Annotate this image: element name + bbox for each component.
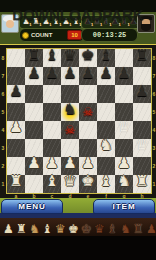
shelf-piece-0[interactable]: ♟ — [3, 223, 14, 236]
shelf-piece-4[interactable]: ♛ — [55, 223, 66, 236]
rank-label-7: 7 — [0, 67, 6, 85]
coin-icon — [22, 32, 29, 39]
count-badge: 10 — [67, 30, 82, 40]
square-c1[interactable]: ♝ — [43, 175, 61, 193]
piece-bB-f8: ♝ — [99, 48, 112, 63]
square-e1[interactable]: ♚ — [79, 175, 97, 193]
piece-bP-f7: ♟ — [99, 66, 112, 81]
menu-button[interactable]: MENU — [1, 199, 63, 214]
shelf-piece-3[interactable]: ♝ — [42, 223, 53, 236]
bottom-black-bar — [0, 236, 156, 260]
square-c5[interactable] — [43, 103, 61, 121]
ghost-piece-wQ-h3: ♛ — [135, 138, 148, 153]
item-button[interactable]: ITEM — [93, 199, 155, 214]
square-g4[interactable]: ♛ — [115, 121, 133, 139]
square-f3[interactable]: ♞ — [97, 139, 115, 157]
square-a4[interactable]: ♟ — [7, 121, 25, 139]
square-c4[interactable] — [43, 121, 61, 139]
piece-bN-d5: ♞ — [63, 102, 76, 117]
piece-bP-h6: ♟ — [135, 84, 148, 99]
rank-label-5: 5 — [151, 103, 156, 121]
rank-label-1: 1 — [151, 175, 156, 193]
square-h3[interactable]: ♛ — [133, 139, 151, 157]
piece-bP-e7: ♟ — [81, 66, 94, 81]
square-b6[interactable] — [25, 85, 43, 103]
square-g1[interactable]: ♞ — [115, 175, 133, 193]
square-b7[interactable]: ♟ — [25, 67, 43, 85]
square-b5[interactable] — [25, 103, 43, 121]
piece-bP-b7: ♟ — [27, 66, 40, 81]
square-a8[interactable] — [7, 49, 25, 67]
item-button-label: ITEM — [112, 202, 135, 211]
rank-label-4: 4 — [151, 121, 156, 139]
square-b4[interactable] — [25, 121, 43, 139]
rank-label-8: 8 — [151, 49, 156, 67]
square-d5[interactable]: ♞ — [61, 103, 79, 121]
danger-skull-icon-d4: ☠ — [65, 124, 76, 136]
square-a3[interactable] — [7, 139, 25, 157]
piece-wB-f1: ♝ — [99, 174, 112, 189]
square-e7[interactable]: ♟ — [79, 67, 97, 85]
chess-app-screen: DOWNLOADPARK ♟1♜1♟1♝1♟1♝1 ♟1♜1♝1♟1♝1♟1 C… — [0, 0, 156, 260]
piece-bP-a6: ♟ — [9, 84, 22, 99]
chess-board-frame: 87654321 ♜♝♛♚♝♜♟♟♟♟♟♟♟♟♞☠♟☠♛♞♛♟♟♟♟♟♜♝♛♚♝… — [0, 44, 156, 198]
square-a6[interactable]: ♟ — [7, 85, 25, 103]
piece-wN-f3: ♞ — [99, 138, 112, 153]
rank-label-3: 3 — [151, 139, 156, 157]
piece-wP-c2: ♟ — [45, 156, 58, 171]
square-a1[interactable]: ♜ — [7, 175, 25, 193]
rank-labels-right: 87654321 — [151, 49, 156, 193]
piece-bK-e8: ♚ — [81, 48, 94, 63]
watermark-text: DOWNLOADPARK — [0, 6, 156, 23]
rank-label-1: 1 — [0, 175, 6, 193]
square-g6[interactable] — [115, 85, 133, 103]
rank-label-2: 2 — [0, 157, 6, 175]
shelf-piece-8[interactable]: ♝ — [107, 223, 118, 236]
shelf-piece-1[interactable]: ♜ — [16, 223, 27, 236]
piece-wR-h1: ♜ — [135, 174, 148, 189]
square-f5[interactable] — [97, 103, 115, 121]
square-c7[interactable]: ♟ — [43, 67, 61, 85]
square-b1[interactable] — [25, 175, 43, 193]
rank-label-8: 8 — [0, 49, 6, 67]
piece-wN-g1: ♞ — [117, 174, 130, 189]
piece-bR-b8: ♜ — [27, 48, 40, 63]
piece-bB-c8: ♝ — [45, 48, 58, 63]
shelf-piece-9[interactable]: ♞ — [120, 223, 131, 236]
piece-bP-c7: ♟ — [45, 66, 58, 81]
square-h6[interactable]: ♟ — [133, 85, 151, 103]
move-count-pill: COUNT 10 — [19, 28, 85, 42]
game-timer-pill: 00:13:25 — [81, 28, 138, 42]
square-e4[interactable] — [79, 121, 97, 139]
square-f1[interactable]: ♝ — [97, 175, 115, 193]
piece-bP-d7: ♟ — [63, 66, 76, 81]
square-h8[interactable]: ♜ — [133, 49, 151, 67]
board-grid: ♜♝♛♚♝♜♟♟♟♟♟♟♟♟♞☠♟☠♛♞♛♟♟♟♟♟♜♝♛♚♝♞♜ — [7, 49, 151, 193]
piece-wR-a1: ♜ — [9, 174, 22, 189]
piece-wQ-d1: ♛ — [63, 174, 76, 189]
black-player-beard — [141, 24, 151, 31]
piece-wP-b2: ♟ — [27, 156, 40, 171]
shelf-piece-5[interactable]: ♚ — [68, 223, 79, 236]
square-d4[interactable]: ☠ — [61, 121, 79, 139]
piece-bR-h8: ♜ — [135, 48, 148, 63]
square-h1[interactable]: ♜ — [133, 175, 151, 193]
rank-label-5: 5 — [0, 103, 6, 121]
square-f7[interactable]: ♟ — [97, 67, 115, 85]
piece-bQ-d8: ♛ — [63, 48, 76, 63]
square-g7[interactable]: ♟ — [115, 67, 133, 85]
piece-wB-c1: ♝ — [45, 174, 58, 189]
piece-wP-g2: ♟ — [117, 156, 130, 171]
square-e6[interactable] — [79, 85, 97, 103]
piece-wP-e2: ♟ — [81, 156, 94, 171]
piece-bP-g7: ♟ — [117, 66, 130, 81]
rank-label-4: 4 — [0, 121, 6, 139]
shelf-piece-7[interactable]: ♛ — [94, 223, 105, 236]
piece-wP-a4: ♟ — [9, 120, 22, 135]
piece-wP-d2: ♟ — [63, 156, 76, 171]
square-e5[interactable]: ☠ — [79, 103, 97, 121]
piece-wK-e1: ♚ — [81, 174, 94, 189]
count-label: COUNT — [31, 32, 52, 38]
piece-shelf: ♟♜♞♝♛♚♚♛♝♞♜♟ — [0, 218, 156, 236]
square-d7[interactable]: ♟ — [61, 67, 79, 85]
rank-label-7: 7 — [151, 67, 156, 85]
rank-label-6: 6 — [151, 85, 156, 103]
square-d1[interactable]: ♛ — [61, 175, 79, 193]
shelf-piece-2[interactable]: ♞ — [29, 223, 40, 236]
rank-label-6: 6 — [0, 85, 6, 103]
ghost-piece-wQ-g4: ♛ — [117, 120, 130, 135]
rank-label-2: 2 — [151, 157, 156, 175]
shelf-piece-11[interactable]: ♟ — [146, 223, 156, 236]
rank-label-3: 3 — [0, 139, 6, 157]
square-f6[interactable] — [97, 85, 115, 103]
count-value: 10 — [71, 32, 78, 38]
rank-labels-left: 87654321 — [0, 49, 6, 193]
shelf-piece-6[interactable]: ♚ — [81, 223, 92, 236]
timer-value: 00:13:25 — [93, 31, 127, 39]
shelf-piece-10[interactable]: ♜ — [133, 223, 144, 236]
square-b2[interactable]: ♟ — [25, 157, 43, 175]
menu-button-label: MENU — [18, 202, 46, 211]
square-h5[interactable] — [133, 103, 151, 121]
danger-skull-icon-e5: ☠ — [83, 106, 94, 118]
square-c6[interactable] — [43, 85, 61, 103]
